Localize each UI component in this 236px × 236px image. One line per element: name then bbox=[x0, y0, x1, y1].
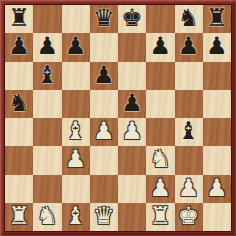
square-g1[interactable]: ♚ bbox=[175, 203, 203, 231]
square-b6[interactable]: ♝ bbox=[33, 62, 61, 90]
piece-black-pawn-c7[interactable]: ♟ bbox=[65, 34, 87, 58]
piece-white-queen-d1[interactable]: ♛ bbox=[93, 204, 115, 228]
square-b5[interactable] bbox=[33, 90, 61, 118]
square-h3[interactable] bbox=[203, 146, 231, 174]
square-g7[interactable]: ♟ bbox=[175, 33, 203, 61]
square-d5[interactable] bbox=[90, 90, 118, 118]
piece-white-rook-f1[interactable]: ♜ bbox=[150, 204, 172, 228]
square-d7[interactable] bbox=[90, 33, 118, 61]
square-h5[interactable] bbox=[203, 90, 231, 118]
square-e6[interactable] bbox=[118, 62, 146, 90]
square-d1[interactable]: ♛ bbox=[90, 203, 118, 231]
square-b3[interactable] bbox=[33, 146, 61, 174]
piece-black-pawn-b7[interactable]: ♟ bbox=[37, 34, 59, 58]
piece-black-pawn-g7[interactable]: ♟ bbox=[178, 34, 200, 58]
square-a1[interactable]: ♜ bbox=[5, 203, 33, 231]
piece-black-pawn-e5[interactable]: ♟ bbox=[121, 91, 143, 115]
square-c4[interactable]: ♝ bbox=[62, 118, 90, 146]
piece-white-rook-a1[interactable]: ♜ bbox=[8, 204, 30, 228]
square-h8[interactable]: ♜ bbox=[203, 5, 231, 33]
square-d4[interactable]: ♟ bbox=[90, 118, 118, 146]
square-f1[interactable]: ♜ bbox=[146, 203, 174, 231]
square-c6[interactable] bbox=[62, 62, 90, 90]
square-e5[interactable]: ♟ bbox=[118, 90, 146, 118]
square-f8[interactable] bbox=[146, 5, 174, 33]
piece-white-bishop-c4[interactable]: ♝ bbox=[65, 119, 87, 143]
square-d6[interactable]: ♟ bbox=[90, 62, 118, 90]
piece-black-bishop-b6[interactable]: ♝ bbox=[37, 63, 59, 87]
piece-white-king-g1[interactable]: ♚ bbox=[178, 204, 200, 228]
square-e8[interactable]: ♚ bbox=[118, 5, 146, 33]
square-b7[interactable]: ♟ bbox=[33, 33, 61, 61]
square-f2[interactable]: ♟ bbox=[146, 175, 174, 203]
square-c7[interactable]: ♟ bbox=[62, 33, 90, 61]
square-c3[interactable]: ♟ bbox=[62, 146, 90, 174]
square-a3[interactable] bbox=[5, 146, 33, 174]
square-c5[interactable] bbox=[62, 90, 90, 118]
square-b1[interactable]: ♞ bbox=[33, 203, 61, 231]
piece-black-bishop-g4[interactable]: ♝ bbox=[178, 119, 200, 143]
piece-white-pawn-f2[interactable]: ♟ bbox=[150, 176, 172, 200]
square-a6[interactable] bbox=[5, 62, 33, 90]
square-e4[interactable]: ♟ bbox=[118, 118, 146, 146]
square-c1[interactable]: ♝ bbox=[62, 203, 90, 231]
piece-black-queen-d8[interactable]: ♛ bbox=[93, 6, 115, 30]
square-d3[interactable] bbox=[90, 146, 118, 174]
square-a4[interactable] bbox=[5, 118, 33, 146]
piece-white-knight-f3[interactable]: ♞ bbox=[150, 147, 172, 171]
square-h2[interactable]: ♟ bbox=[203, 175, 231, 203]
piece-black-knight-g8[interactable]: ♞ bbox=[178, 6, 200, 30]
square-f6[interactable] bbox=[146, 62, 174, 90]
piece-white-pawn-h2[interactable]: ♟ bbox=[206, 176, 228, 200]
square-h4[interactable] bbox=[203, 118, 231, 146]
piece-black-pawn-d6[interactable]: ♟ bbox=[93, 63, 115, 87]
square-g8[interactable]: ♞ bbox=[175, 5, 203, 33]
square-e2[interactable] bbox=[118, 175, 146, 203]
square-f3[interactable]: ♞ bbox=[146, 146, 174, 174]
square-e3[interactable] bbox=[118, 146, 146, 174]
piece-white-bishop-c1[interactable]: ♝ bbox=[65, 204, 87, 228]
piece-white-knight-b1[interactable]: ♞ bbox=[37, 204, 59, 228]
piece-white-pawn-g2[interactable]: ♟ bbox=[178, 176, 200, 200]
square-a5[interactable]: ♞ bbox=[5, 90, 33, 118]
square-g3[interactable] bbox=[175, 146, 203, 174]
square-a7[interactable]: ♟ bbox=[5, 33, 33, 61]
square-c2[interactable] bbox=[62, 175, 90, 203]
square-b4[interactable] bbox=[33, 118, 61, 146]
square-f7[interactable]: ♟ bbox=[146, 33, 174, 61]
square-b8[interactable] bbox=[33, 5, 61, 33]
piece-black-king-e8[interactable]: ♚ bbox=[121, 6, 143, 30]
square-h6[interactable] bbox=[203, 62, 231, 90]
square-a8[interactable]: ♜ bbox=[5, 5, 33, 33]
piece-black-pawn-h7[interactable]: ♟ bbox=[206, 34, 228, 58]
square-g6[interactable] bbox=[175, 62, 203, 90]
square-g4[interactable]: ♝ bbox=[175, 118, 203, 146]
piece-black-knight-a5[interactable]: ♞ bbox=[8, 91, 30, 115]
square-f5[interactable] bbox=[146, 90, 174, 118]
square-e1[interactable] bbox=[118, 203, 146, 231]
chess-board: ♜♛♚♞♜♟♟♟♟♟♟♝♟♞♟♝♟♟♝♟♞♟♟♟♜♞♝♛♜♚ bbox=[5, 5, 231, 231]
square-h7[interactable]: ♟ bbox=[203, 33, 231, 61]
square-h1[interactable] bbox=[203, 203, 231, 231]
piece-black-pawn-a7[interactable]: ♟ bbox=[8, 34, 30, 58]
piece-black-pawn-f7[interactable]: ♟ bbox=[150, 34, 172, 58]
square-c8[interactable] bbox=[62, 5, 90, 33]
piece-white-pawn-e4[interactable]: ♟ bbox=[121, 119, 143, 143]
piece-black-rook-a8[interactable]: ♜ bbox=[8, 6, 30, 30]
board-frame: ♜♛♚♞♜♟♟♟♟♟♟♝♟♞♟♝♟♟♝♟♞♟♟♟♜♞♝♛♜♚ bbox=[0, 0, 236, 236]
piece-white-pawn-c3[interactable]: ♟ bbox=[65, 147, 87, 171]
square-d2[interactable] bbox=[90, 175, 118, 203]
square-g5[interactable] bbox=[175, 90, 203, 118]
square-d8[interactable]: ♛ bbox=[90, 5, 118, 33]
square-b2[interactable] bbox=[33, 175, 61, 203]
square-f4[interactable] bbox=[146, 118, 174, 146]
piece-black-rook-h8[interactable]: ♜ bbox=[206, 6, 228, 30]
piece-white-pawn-d4[interactable]: ♟ bbox=[93, 119, 115, 143]
square-e7[interactable] bbox=[118, 33, 146, 61]
square-g2[interactable]: ♟ bbox=[175, 175, 203, 203]
square-a2[interactable] bbox=[5, 175, 33, 203]
